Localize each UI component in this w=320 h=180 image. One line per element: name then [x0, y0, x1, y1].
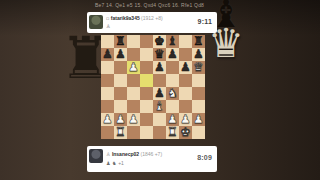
piece-black-pawn[interactable]: ♟: [167, 48, 178, 61]
top-player-avatar[interactable]: [89, 15, 103, 29]
square-d2[interactable]: [140, 113, 153, 126]
square-g8[interactable]: [179, 35, 192, 48]
square-d8[interactable]: [140, 35, 153, 48]
piece-black-pawn[interactable]: ♟: [180, 61, 191, 74]
square-d1[interactable]: [140, 126, 153, 139]
square-h6[interactable]: ♛: [192, 61, 205, 74]
bottom-player-username: Insanecp02: [112, 151, 139, 157]
square-d5[interactable]: [140, 74, 153, 87]
square-c5[interactable]: [127, 74, 140, 87]
piece-white-bishop[interactable]: ♝: [154, 100, 165, 113]
bottom-player-name[interactable]: ♙ Insanecp02 (1846 +7): [106, 151, 162, 157]
square-c8[interactable]: [127, 35, 140, 48]
bottom-player-captured-pieces: ♟ ♞ +1: [106, 160, 124, 166]
piece-white-pawn[interactable]: ♟: [102, 113, 113, 126]
square-g4[interactable]: [179, 87, 192, 100]
square-f6[interactable]: [166, 61, 179, 74]
piece-white-rook[interactable]: ♜: [115, 126, 126, 139]
piece-white-pawn[interactable]: ♟: [128, 61, 139, 74]
top-player-bar: ▫ fatarik9a345 (1912 +8) ♙ 9:11: [87, 12, 217, 33]
square-d3[interactable]: [140, 100, 153, 113]
piece-white-knight[interactable]: ♞: [167, 87, 178, 100]
square-a2[interactable]: ♟: [101, 113, 114, 126]
square-e1[interactable]: [153, 126, 166, 139]
square-h5[interactable]: [192, 74, 205, 87]
square-a6[interactable]: [101, 61, 114, 74]
square-h2[interactable]: ♟: [192, 113, 205, 126]
piece-white-rook[interactable]: ♜: [167, 126, 178, 139]
bottom-player-avatar[interactable]: [89, 149, 103, 163]
square-c6[interactable]: ♟: [127, 61, 140, 74]
piece-black-pawn[interactable]: ♟: [115, 48, 126, 61]
bottom-player-bar: ♙ Insanecp02 (1846 +7) ♟ ♞ +1 8:09: [87, 146, 217, 172]
bottom-player-rating: (1846 +7): [141, 151, 163, 157]
square-b5[interactable]: [114, 74, 127, 87]
move-list[interactable]: Be7 14. Qe1 e5 15. Qxd4 Qxc6 16. Rfe1 Qd…: [95, 2, 215, 8]
square-a7[interactable]: ♟: [101, 48, 114, 61]
piece-black-pawn[interactable]: ♟: [102, 48, 113, 61]
square-g5[interactable]: [179, 74, 192, 87]
square-h1[interactable]: [192, 126, 205, 139]
bottom-captured-glyphs: ♟ ♞: [106, 160, 117, 166]
square-d6[interactable]: [140, 61, 153, 74]
square-e6[interactable]: ♟: [153, 61, 166, 74]
square-f1[interactable]: ♜: [166, 126, 179, 139]
square-b7[interactable]: ♟: [114, 48, 127, 61]
top-player-flair-icon: ▫: [106, 15, 109, 21]
chess-board[interactable]: ♜♚♝♜♟♟♛♟♟♟♟♟♛♟♞♝♟♟♟♟♟♟♜♜♚: [101, 35, 205, 139]
square-f7[interactable]: ♟: [166, 48, 179, 61]
square-e3[interactable]: ♝: [153, 100, 166, 113]
piece-white-pawn[interactable]: ♟: [193, 113, 204, 126]
square-a1[interactable]: [101, 126, 114, 139]
top-player-rating: (1912 +8): [141, 15, 163, 21]
square-b1[interactable]: ♜: [114, 126, 127, 139]
square-d7[interactable]: [140, 48, 153, 61]
top-player-name[interactable]: ▫ fatarik9a345 (1912 +8): [106, 15, 163, 21]
square-b6[interactable]: [114, 61, 127, 74]
piece-black-pawn[interactable]: ♟: [154, 61, 165, 74]
top-player-username: fatarik9a345: [111, 15, 140, 21]
piece-white-queen[interactable]: ♛: [193, 61, 204, 74]
square-d4[interactable]: [140, 87, 153, 100]
bottom-player-clock: 8:09: [197, 154, 212, 161]
square-e2[interactable]: [153, 113, 166, 126]
square-c4[interactable]: [127, 87, 140, 100]
square-h4[interactable]: [192, 87, 205, 100]
square-f4[interactable]: ♞: [166, 87, 179, 100]
square-a4[interactable]: [101, 87, 114, 100]
square-g6[interactable]: ♟: [179, 61, 192, 74]
square-a5[interactable]: [101, 74, 114, 87]
top-player-captured-pieces: ♙: [106, 23, 110, 29]
square-g1[interactable]: ♚: [179, 126, 192, 139]
bottom-player-flair-icon: ♙: [106, 151, 110, 157]
square-c1[interactable]: [127, 126, 140, 139]
piece-white-king[interactable]: ♚: [180, 126, 191, 139]
top-player-clock: 9:11: [198, 18, 212, 25]
video-frame: ♜ ♝ ♛ Be7 14. Qe1 e5 15. Qxd4 Qxc6 16. R…: [0, 0, 320, 180]
piece-white-pawn[interactable]: ♟: [128, 113, 139, 126]
material-advantage: +1: [118, 160, 124, 166]
square-b4[interactable]: [114, 87, 127, 100]
square-c2[interactable]: ♟: [127, 113, 140, 126]
